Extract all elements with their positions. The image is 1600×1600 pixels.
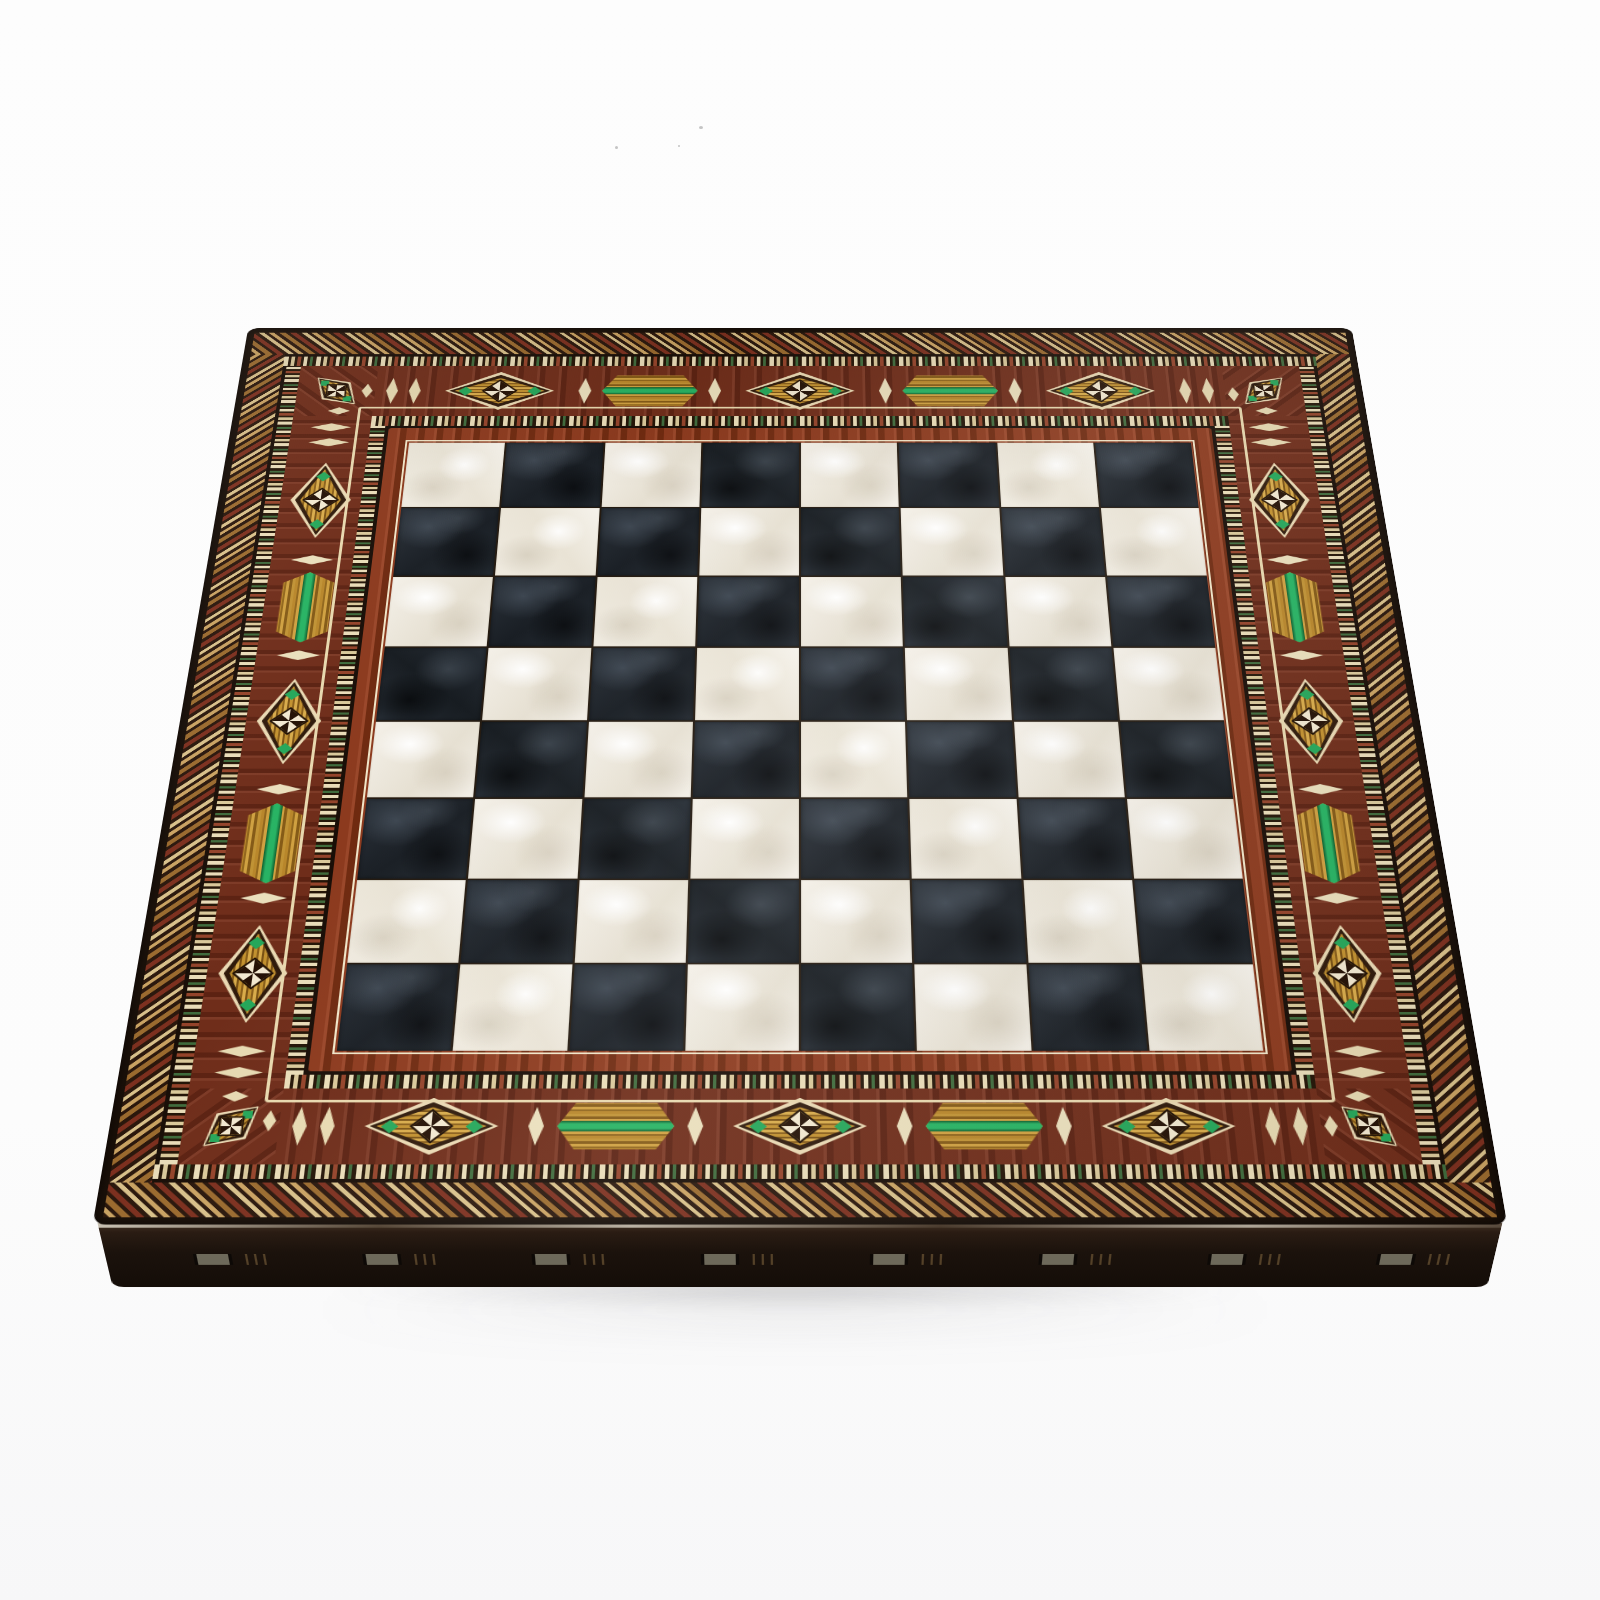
gold-green-inlay-bar: [1263, 572, 1327, 642]
square-g4: [1014, 722, 1125, 798]
gold-green-inlay-bar: [925, 1102, 1044, 1151]
square-h4: [1120, 722, 1233, 798]
green-stripe: [294, 572, 316, 642]
green-diamond-dot: [249, 936, 266, 948]
ivory-diamond-accent: [221, 1091, 249, 1101]
ivory-diamond-accent: [240, 893, 288, 904]
medallion-dark-ring: [1312, 929, 1383, 1020]
green-diamond-dot: [380, 1119, 397, 1133]
square-d1: [685, 964, 799, 1051]
green-diamond-dot: [1347, 1111, 1358, 1119]
corner-medallion: [177, 1089, 284, 1165]
square-b7: [495, 508, 599, 575]
square-a8: [401, 443, 505, 507]
medallion-gold-field: [224, 933, 282, 1014]
square-a1: [337, 964, 459, 1051]
square-b8: [501, 443, 603, 507]
green-diamond-dot: [1380, 1134, 1391, 1142]
medallion-ivory-outline: [1327, 1094, 1412, 1160]
ivory-diamond-accent: [1279, 651, 1324, 661]
medallion-ivory-outline: [733, 1098, 868, 1155]
ivory-diamond-accent: [1344, 1091, 1372, 1101]
square-d4: [692, 722, 799, 798]
ivory-diamond-pair: [1248, 423, 1292, 446]
frame-motif-band-bottom: [274, 1089, 1326, 1165]
square-f8: [899, 443, 999, 507]
ivory-diamond-accent: [1266, 555, 1309, 564]
edge-inlay-slots: [127, 1254, 1472, 1265]
frame-herringbone-band-left: [109, 354, 285, 1182]
square-a7: [393, 508, 499, 575]
square-f4: [907, 722, 1016, 798]
green-diamond-dot: [209, 1134, 220, 1142]
square-h1: [1142, 964, 1264, 1051]
square-a5: [376, 648, 487, 721]
chessboard: [93, 328, 1508, 1225]
green-diamond-dot: [1334, 936, 1351, 948]
mosaic-star: [325, 384, 347, 397]
frame-herringbone-band-bottom: [103, 1183, 1497, 1218]
ivory-diamond-pair: [1333, 1046, 1386, 1078]
square-f5: [905, 648, 1011, 721]
frame-tick-band: [152, 1164, 1447, 1178]
ivory-diamond-accent: [527, 1107, 545, 1146]
mosaic-star: [232, 957, 274, 989]
board-side-edge: [97, 1223, 1502, 1287]
square-b4: [475, 722, 586, 798]
mosaic-medallion: [206, 913, 298, 1035]
square-b3: [468, 799, 582, 878]
square-b6: [489, 576, 595, 646]
square-e2: [801, 880, 912, 963]
green-diamond-dot: [242, 1111, 253, 1119]
square-g3: [1018, 799, 1132, 878]
medallion-gold-field: [374, 1107, 488, 1145]
mosaic-medallion: [716, 1095, 884, 1157]
square-h8: [1095, 443, 1199, 507]
square-f6: [903, 576, 1007, 646]
green-stripe: [926, 1121, 1043, 1132]
square-h5: [1113, 648, 1224, 721]
medallion-gold-field: [1336, 1101, 1402, 1151]
square-c7: [597, 508, 699, 575]
medallion-ivory-outline: [1100, 1098, 1239, 1155]
mosaic-medallion: [732, 370, 869, 411]
square-b5: [482, 648, 591, 721]
square-b1: [453, 964, 572, 1051]
square-c6: [593, 576, 697, 646]
frame-tick-band: [283, 357, 1317, 366]
mosaic-star: [1147, 1109, 1191, 1144]
mosaic-star: [778, 1109, 822, 1144]
ivory-diamond-accent: [896, 1107, 913, 1146]
square-f2: [912, 880, 1026, 963]
green-diamond-dot: [1202, 1119, 1219, 1133]
green-diamond-dot: [465, 1119, 482, 1133]
ivory-diamond-accent: [1055, 1107, 1073, 1146]
ivory-diamond-accent: [1312, 893, 1360, 904]
medallion-gold-field: [198, 1101, 264, 1151]
board-top-face: [93, 328, 1508, 1225]
green-stripe: [902, 387, 998, 394]
square-d8: [701, 443, 799, 507]
square-e1: [801, 964, 915, 1051]
mosaic-star: [1253, 384, 1275, 397]
medallion-dark-ring: [738, 1102, 862, 1150]
square-d6: [697, 576, 799, 646]
square-c1: [569, 964, 685, 1051]
square-d7: [699, 508, 799, 575]
square-h7: [1101, 508, 1207, 575]
square-c8: [601, 443, 701, 507]
medallion-dark-ring: [367, 1102, 495, 1150]
square-e7: [801, 508, 901, 575]
green-diamond-dot: [1343, 998, 1360, 1011]
ivory-diamond-accent: [256, 784, 302, 794]
ivory-diamond-accent: [290, 555, 333, 564]
green-stripe: [1284, 572, 1306, 642]
green-diamond-dot: [277, 743, 293, 754]
square-f3: [910, 799, 1021, 878]
square-e8: [801, 443, 899, 507]
mosaic-medallion: [344, 1095, 517, 1157]
square-g6: [1005, 576, 1111, 646]
gold-green-inlay-bar: [237, 803, 306, 883]
corner-medallion: [1316, 1089, 1423, 1165]
mosaic-medallion: [1269, 668, 1354, 775]
mosaic-medallion: [429, 370, 569, 411]
square-h2: [1134, 880, 1253, 963]
gold-green-inlay-bar: [1294, 803, 1363, 883]
frame-herringbone-band-right: [1315, 354, 1491, 1182]
medallion-gold-field: [1112, 1107, 1226, 1145]
frame-tick-band-inner: [371, 416, 1230, 426]
mosaic-medallion: [1083, 1095, 1256, 1157]
checkerboard: [337, 443, 1263, 1051]
ivory-diamond-accent: [879, 378, 892, 404]
frame-tick-band-inner: [284, 1075, 1316, 1089]
medallion-ivory-outline: [1306, 925, 1389, 1023]
square-d2: [688, 880, 799, 963]
medallion-dark-ring: [1105, 1102, 1233, 1150]
square-h3: [1127, 799, 1243, 878]
scene: [0, 0, 1600, 1600]
square-e3: [801, 799, 910, 878]
square-g8: [997, 443, 1099, 507]
ivory-diamond-accent: [578, 378, 592, 404]
medallion-ivory-outline: [362, 1098, 501, 1155]
square-h6: [1107, 576, 1215, 646]
ivory-diamond-accent: [261, 1110, 277, 1131]
mosaic-medallion: [1031, 370, 1171, 411]
green-stripe: [1317, 803, 1341, 883]
mosaic-star: [217, 1116, 245, 1136]
medallion-gold-field: [1318, 933, 1376, 1014]
mosaic-star: [1355, 1116, 1383, 1136]
medallion-gold-field: [745, 1107, 856, 1145]
mosaic-star: [409, 1109, 453, 1144]
medallion-ivory-outline: [189, 1094, 274, 1160]
mosaic-medallion: [1302, 913, 1394, 1035]
square-f1: [915, 964, 1031, 1051]
medallion-dark-ring: [217, 929, 288, 1020]
mosaic-medallion: [246, 668, 331, 775]
medallion-dark-ring: [1331, 1097, 1407, 1156]
square-d3: [690, 799, 799, 878]
square-a2: [347, 880, 466, 963]
green-diamond-dot: [834, 1119, 851, 1133]
ivory-diamond-accent: [1323, 1116, 1339, 1137]
square-b2: [461, 880, 577, 963]
ivory-diamond-pair: [385, 378, 423, 404]
square-a6: [385, 576, 493, 646]
square-e6: [801, 576, 903, 646]
green-diamond-dot: [749, 1119, 766, 1133]
square-c4: [584, 722, 693, 798]
green-diamond-dot: [240, 998, 257, 1011]
ivory-diamond-accent: [1008, 378, 1022, 404]
square-f7: [901, 508, 1003, 575]
square-a4: [367, 722, 480, 798]
ivory-diamond-pair: [290, 1107, 337, 1146]
photo-background: [0, 0, 1600, 1600]
square-g5: [1009, 648, 1118, 721]
ivory-diamond-pair: [308, 423, 352, 446]
frame-herringbone-band-top: [251, 333, 1349, 355]
ivory-diamond-accent: [708, 378, 721, 404]
square-c3: [579, 799, 690, 878]
green-diamond-dot: [1307, 743, 1323, 754]
mosaic-star: [1326, 957, 1368, 989]
square-a3: [357, 799, 473, 878]
square-c5: [589, 648, 695, 721]
gold-green-inlay-bar: [902, 374, 999, 407]
square-e4: [801, 722, 908, 798]
ivory-diamond-pair: [214, 1046, 267, 1078]
green-diamond-dot: [1118, 1119, 1135, 1133]
square-g1: [1028, 964, 1147, 1051]
ivory-diamond-accent: [687, 1107, 704, 1146]
gold-green-inlay-bar: [556, 1102, 675, 1151]
green-stripe: [602, 387, 698, 394]
green-stripe: [557, 1121, 674, 1132]
square-d5: [695, 648, 799, 721]
square-g2: [1023, 880, 1139, 963]
ivory-diamond-accent: [1298, 784, 1344, 794]
square-e5: [801, 648, 905, 721]
medallion-ivory-outline: [211, 925, 294, 1023]
ivory-diamond-pair: [1178, 378, 1216, 404]
square-c2: [574, 880, 688, 963]
mosaic-medallion: [1318, 1088, 1419, 1166]
green-stripe: [260, 803, 284, 883]
medallion-dark-ring: [193, 1097, 269, 1156]
ivory-diamond-accent: [276, 651, 321, 661]
square-g7: [1001, 508, 1105, 575]
gold-green-inlay-bar: [601, 374, 698, 407]
ivory-diamond-pair: [1263, 1107, 1310, 1146]
mosaic-medallion: [180, 1088, 281, 1166]
